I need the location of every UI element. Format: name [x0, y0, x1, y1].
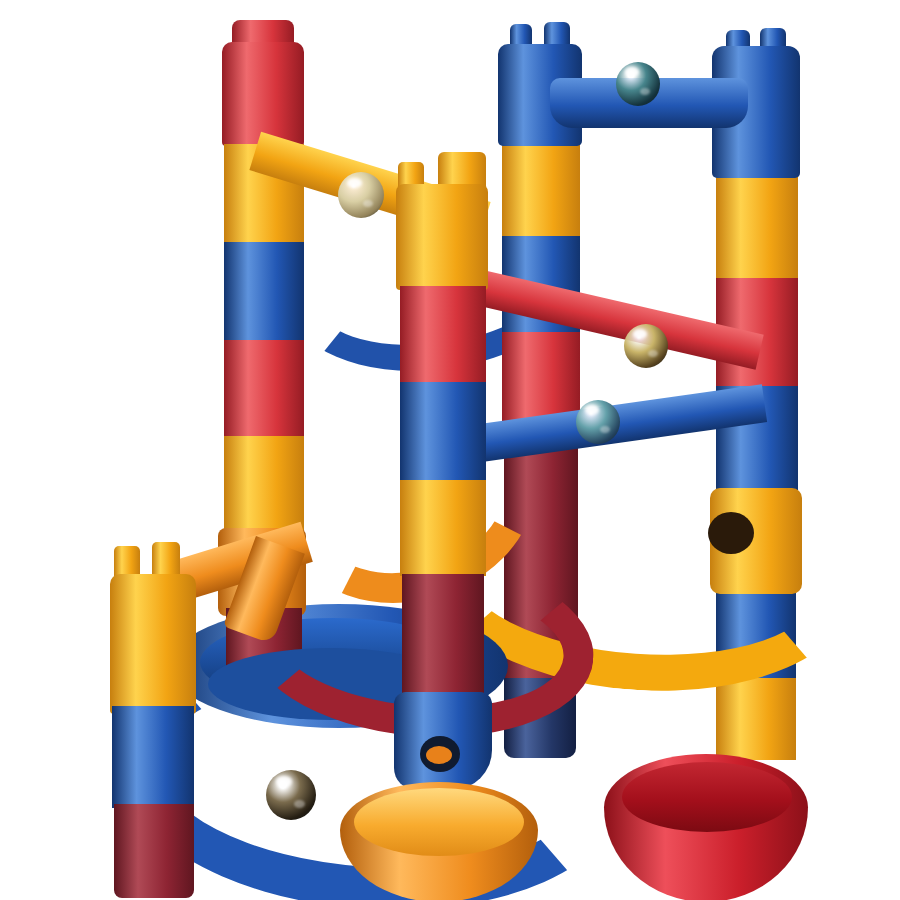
- marble-in-spiral: [266, 770, 316, 820]
- left-tower-seg-red: [224, 340, 304, 438]
- spiral-exit-glint: [426, 746, 452, 764]
- marble-run-toy-photo: [0, 0, 900, 900]
- marble-highlight: [276, 776, 292, 787]
- center-tower-seg-blue: [400, 382, 486, 482]
- gate-left-seg-yellow: [502, 144, 580, 238]
- marble-highlight: [633, 329, 647, 339]
- left-tower-seg-yellow2: [224, 436, 304, 532]
- marble-reflection: [648, 350, 658, 357]
- marble-on-red-chute: [624, 324, 668, 368]
- center-tower-seg-red: [400, 286, 486, 384]
- marble-highlight: [625, 67, 639, 77]
- catch-bowl-inner: [354, 788, 524, 856]
- left-tower-top-red: [222, 42, 304, 146]
- round-base-inner: [622, 762, 792, 832]
- marble-highlight: [585, 405, 599, 415]
- marble-on-yellow-chute: [338, 172, 384, 218]
- marble-on-blue-chute: [576, 400, 620, 444]
- center-tower-top-yellow: [396, 184, 488, 290]
- gate-right-seg-yellow: [716, 176, 798, 280]
- marble-reflection: [600, 426, 610, 433]
- gate-right-seg-yellow2: [716, 678, 796, 760]
- marble-reflection: [363, 200, 373, 207]
- marble-on-bridge: [616, 62, 660, 106]
- farleft-tower-seg-darkred: [114, 804, 194, 898]
- marble-highlight: [347, 178, 362, 188]
- left-tower-seg-blue: [224, 242, 304, 342]
- farleft-tower-top-yellow: [110, 574, 196, 714]
- farleft-tower-seg-blue: [112, 706, 194, 808]
- marble-reflection: [640, 88, 650, 95]
- marble-reflection: [294, 800, 305, 808]
- center-tower-seg-yellow: [400, 480, 486, 576]
- center-tower-notch-right: [438, 152, 486, 188]
